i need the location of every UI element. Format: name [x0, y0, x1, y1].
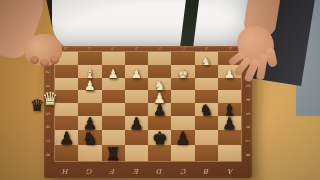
- captured-black-queen: ♛: [30, 98, 44, 114]
- square-c4[interactable]: [171, 90, 194, 103]
- square-e1[interactable]: [125, 52, 148, 65]
- square-e2[interactable]: ♟: [125, 65, 148, 78]
- file-label-a: A: [219, 164, 243, 177]
- square-f8[interactable]: ♜: [102, 145, 125, 161]
- black-knight-g7[interactable]: ♞: [82, 130, 97, 147]
- file-label-top-f: F: [101, 46, 125, 51]
- rank-label-left-7: 7: [42, 137, 56, 146]
- square-h4[interactable]: [55, 90, 78, 103]
- rank-label-right-4: 4: [241, 95, 255, 104]
- rank-label-right-3: 3: [241, 81, 255, 90]
- file-label-c: C: [172, 164, 196, 177]
- photo-scene: HGFEDCBA ♞♝♟♟♚♟♟♞♟♟♞♝♟♟♟♟♞♚♟♜ 12345678 1…: [0, 0, 320, 180]
- file-label-top-c: C: [172, 46, 196, 51]
- rank-label-left-6: 6: [42, 123, 56, 132]
- black-pawn-d5[interactable]: ♟: [153, 103, 166, 118]
- file-labels-bottom: HGFEDCBA: [54, 164, 242, 177]
- square-b7[interactable]: [195, 130, 218, 145]
- square-e4[interactable]: [125, 90, 148, 103]
- knuckle: [50, 56, 59, 64]
- file-label-d: D: [148, 164, 172, 177]
- square-b1[interactable]: ♞: [195, 52, 218, 65]
- white-pawn-a2[interactable]: ♟: [224, 68, 235, 80]
- square-g7[interactable]: ♞: [78, 130, 101, 145]
- square-d7[interactable]: ♚: [148, 130, 171, 145]
- board-grid: ♞♝♟♟♚♟♟♞♟♟♞♝♟♟♟♟♞♚♟♜: [54, 51, 242, 162]
- square-e6[interactable]: ♟: [125, 116, 148, 130]
- file-label-e: E: [125, 164, 149, 177]
- square-d3[interactable]: ♞: [148, 78, 171, 91]
- square-f1[interactable]: [102, 52, 125, 65]
- file-label-g: G: [78, 164, 102, 177]
- black-pawn-h7[interactable]: ♟: [59, 130, 74, 147]
- white-king-c2[interactable]: ♚: [177, 68, 188, 80]
- white-pawn-f2[interactable]: ♟: [108, 68, 119, 80]
- white-knight-b1[interactable]: ♞: [201, 56, 211, 67]
- square-f6[interactable]: [102, 116, 125, 130]
- square-d1[interactable]: [148, 52, 171, 65]
- rank-label-right-5: 5: [241, 109, 255, 118]
- white-pawn-g3[interactable]: ♟: [84, 79, 96, 92]
- rank-label-right-8: 8: [241, 151, 255, 160]
- square-c2[interactable]: ♚: [171, 65, 194, 78]
- black-king-d7[interactable]: ♚: [152, 130, 167, 147]
- file-labels-top: HGFEDCBA: [54, 46, 242, 51]
- square-f5[interactable]: [102, 103, 125, 116]
- square-c1[interactable]: [171, 52, 194, 65]
- black-pawn-c7[interactable]: ♟: [175, 130, 190, 147]
- rank-label-right-6: 6: [241, 123, 255, 132]
- black-rook-f8[interactable]: ♜: [105, 145, 121, 163]
- file-label-f: F: [101, 164, 125, 177]
- file-label-h: H: [54, 164, 78, 177]
- square-c5[interactable]: [171, 103, 194, 116]
- knuckle: [30, 56, 39, 64]
- black-knight-b5[interactable]: ♞: [199, 103, 212, 118]
- square-h5[interactable]: [55, 103, 78, 116]
- square-h7[interactable]: ♟: [55, 130, 78, 145]
- square-g3[interactable]: ♟: [78, 78, 101, 91]
- file-label-top-g: G: [78, 46, 102, 51]
- square-h2[interactable]: [55, 65, 78, 78]
- file-label-top-e: E: [125, 46, 149, 51]
- square-b3[interactable]: [195, 78, 218, 91]
- square-b8[interactable]: [195, 145, 218, 161]
- chess-board[interactable]: HGFEDCBA ♞♝♟♟♚♟♟♞♟♟♞♝♟♟♟♟♞♚♟♜ 12345678 1…: [44, 46, 252, 178]
- square-d5[interactable]: ♟: [148, 103, 171, 116]
- square-b5[interactable]: ♞: [195, 103, 218, 116]
- square-f4[interactable]: [102, 90, 125, 103]
- file-label-top-d: D: [148, 46, 172, 51]
- white-pawn-e2[interactable]: ♟: [131, 68, 142, 80]
- square-h3[interactable]: [55, 78, 78, 91]
- black-pawn-e6[interactable]: ♟: [129, 116, 143, 132]
- rank-label-right-7: 7: [241, 137, 255, 146]
- square-f2[interactable]: ♟: [102, 65, 125, 78]
- square-g1[interactable]: [78, 52, 101, 65]
- square-g2[interactable]: ♝: [78, 65, 101, 78]
- knuckle: [40, 59, 49, 67]
- file-label-top-b: B: [195, 46, 219, 51]
- file-label-b: B: [195, 164, 219, 177]
- rank-label-left-2: 2: [42, 67, 56, 76]
- square-e8[interactable]: [125, 145, 148, 161]
- captured-white-queen: ♛: [42, 90, 58, 108]
- rank-label-left-8: 8: [42, 151, 56, 160]
- square-a8[interactable]: [218, 145, 241, 161]
- square-a6[interactable]: ♟: [218, 116, 241, 130]
- black-pawn-a6[interactable]: ♟: [222, 116, 236, 132]
- square-c7[interactable]: ♟: [171, 130, 194, 145]
- square-d2[interactable]: [148, 65, 171, 78]
- player-torso: [52, 0, 258, 52]
